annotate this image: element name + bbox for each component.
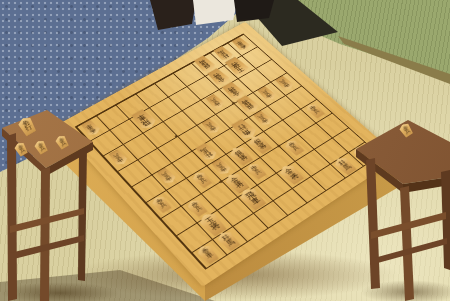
piece-8e-歩兵: 歩兵 (154, 166, 180, 187)
piece-1f-歩兵: 歩兵 (302, 101, 327, 120)
piece-9f-歩兵: 歩兵 (148, 193, 174, 215)
piece-3e-歩兵: 歩兵 (251, 109, 276, 128)
piece-6e-桂馬: 桂馬 (192, 141, 221, 164)
piece-9c-歩兵: 歩兵 (106, 147, 131, 167)
piece-3g-歩兵: 歩兵 (281, 137, 307, 157)
piece-5g-歩兵: 歩兵 (243, 160, 269, 181)
shogi-scene: 香車銀将桂馬香車飛車金将玉将歩兵歩兵金将歩兵銀将歩兵歩兵歩兵桂馬角行歩兵歩兵歩兵… (0, 0, 450, 301)
piece-6f-歩兵: 歩兵 (209, 157, 235, 178)
piece-2d-歩兵: 歩兵 (254, 85, 279, 103)
left-stand-shadow (0, 282, 120, 301)
piece-7f-歩兵: 歩兵 (189, 169, 215, 190)
piece-5d-歩兵: 歩兵 (198, 117, 223, 136)
piece-4h-金将: 金将 (275, 161, 308, 187)
piece-1d-歩兵: 歩兵 (272, 74, 296, 92)
piece-4c-歩兵: 歩兵 (203, 92, 228, 111)
piece-5f-銀将: 銀将 (225, 143, 256, 168)
piece-7b-飛車: 飛車 (127, 107, 160, 133)
